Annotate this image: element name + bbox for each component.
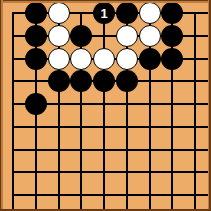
white-stone: [48, 2, 70, 24]
black-stone: [48, 70, 70, 92]
marked-black-stone: 1: [93, 2, 115, 24]
black-stone: [116, 2, 138, 24]
black-stone: [116, 70, 138, 92]
black-stone: [161, 25, 183, 47]
white-stone: [139, 2, 161, 24]
board-edge-bottom: [0, 209, 211, 211]
black-stone: [25, 25, 47, 47]
black-stone: [25, 48, 47, 70]
black-stone: [70, 70, 92, 92]
board-edge-left: [0, 0, 3, 211]
white-stone: [48, 25, 70, 47]
white-stone: [70, 48, 92, 70]
black-stone: [25, 2, 47, 24]
grid-line-vertical: [12, 12, 14, 209]
white-stone: [116, 48, 138, 70]
white-stone: [48, 48, 70, 70]
black-stone: [70, 25, 92, 47]
grid-line-horizontal: [12, 149, 209, 151]
move-number-label: 1: [100, 7, 107, 20]
white-stone: [93, 48, 115, 70]
grid-line-vertical: [103, 12, 105, 209]
black-stone: [25, 93, 47, 115]
go-board: 1: [0, 0, 211, 211]
black-stone: [93, 70, 115, 92]
grid-line-vertical: [194, 12, 196, 209]
white-stone: [116, 25, 138, 47]
board-edge-right: [208, 0, 211, 211]
black-stone: [139, 48, 161, 70]
grid-line-horizontal: [12, 194, 209, 196]
grid-line-horizontal: [12, 126, 209, 128]
white-stone: [139, 25, 161, 47]
black-stone: [161, 48, 183, 70]
board-edge-top: [0, 0, 211, 3]
black-stone: [161, 2, 183, 24]
grid-line-horizontal: [12, 171, 209, 173]
